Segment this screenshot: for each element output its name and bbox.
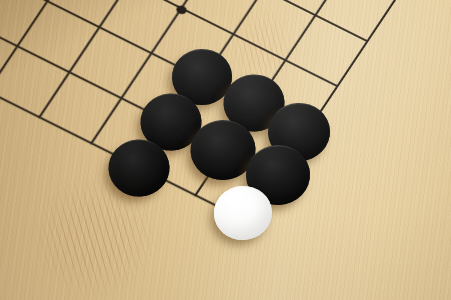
black-stone-glyph: ● (107, 166, 171, 170)
white-stone-glyph: ● (213, 211, 274, 215)
black-stone-glyph: ● (171, 75, 234, 79)
black-stone-glyph: ● (139, 120, 203, 124)
black-stone-glyph: ● (244, 173, 311, 177)
black-stone-glyph: ● (189, 148, 257, 152)
black-stone-glyph: ● (222, 101, 286, 105)
black-stone-glyph: ● (267, 130, 332, 134)
go-board-photo: ●●●●●●●● (0, 0, 451, 300)
